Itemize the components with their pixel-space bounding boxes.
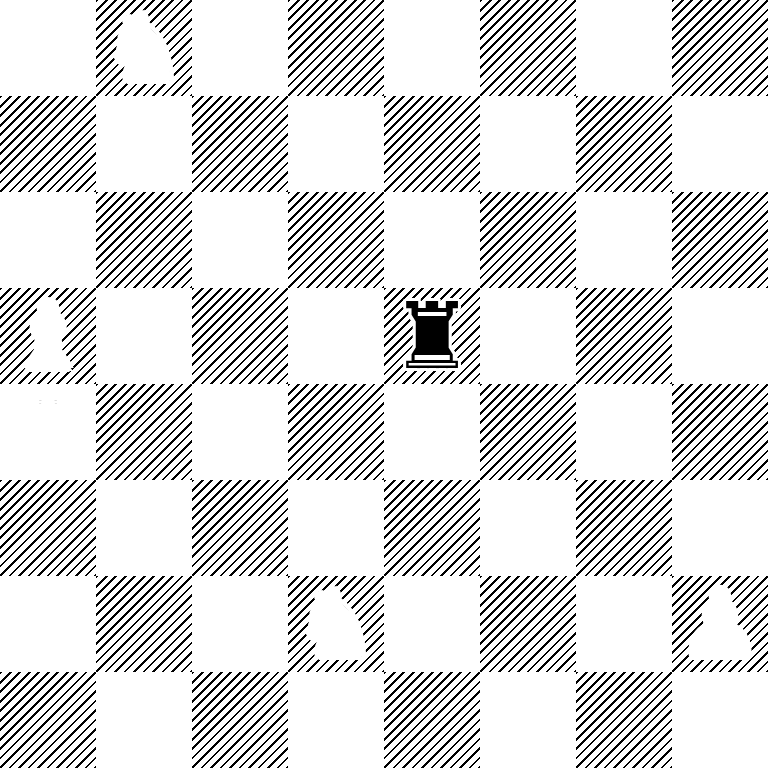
square-b3[interactable] bbox=[96, 480, 192, 576]
square-f6[interactable] bbox=[480, 192, 576, 288]
square-a6[interactable] bbox=[0, 192, 96, 288]
square-d3[interactable] bbox=[288, 480, 384, 576]
square-h5[interactable]: ♟ bbox=[672, 288, 768, 384]
square-f2[interactable] bbox=[480, 576, 576, 672]
white-bishop-piece[interactable]: ♝ bbox=[7, 289, 89, 385]
square-c8[interactable] bbox=[192, 0, 288, 96]
square-a5[interactable]: ♝ bbox=[0, 288, 96, 384]
square-f1[interactable] bbox=[480, 672, 576, 768]
square-a1[interactable] bbox=[0, 672, 96, 768]
square-b8[interactable]: ♞ bbox=[96, 0, 192, 96]
white-pawn-piece[interactable]: ♟ bbox=[679, 289, 761, 385]
square-g3[interactable] bbox=[576, 480, 672, 576]
square-f7[interactable] bbox=[480, 96, 576, 192]
square-a2[interactable] bbox=[0, 576, 96, 672]
white-king-piece[interactable]: ♚ bbox=[7, 385, 89, 481]
black-rook-piece[interactable]: ♜ bbox=[391, 289, 473, 385]
square-b1[interactable] bbox=[96, 672, 192, 768]
white-knight-piece[interactable]: ♞ bbox=[295, 577, 377, 673]
square-e4[interactable] bbox=[384, 384, 480, 480]
square-g5[interactable] bbox=[576, 288, 672, 384]
square-h3[interactable] bbox=[672, 480, 768, 576]
square-e3[interactable] bbox=[384, 480, 480, 576]
square-c4[interactable] bbox=[192, 384, 288, 480]
square-f8[interactable] bbox=[480, 0, 576, 96]
square-b7[interactable] bbox=[96, 96, 192, 192]
white-pawn-piece[interactable]: ♟ bbox=[679, 577, 761, 673]
square-c6[interactable] bbox=[192, 192, 288, 288]
square-g7[interactable] bbox=[576, 96, 672, 192]
square-b5[interactable] bbox=[96, 288, 192, 384]
square-e2[interactable] bbox=[384, 576, 480, 672]
square-b2[interactable] bbox=[96, 576, 192, 672]
square-g4[interactable] bbox=[576, 384, 672, 480]
square-b4[interactable] bbox=[96, 384, 192, 480]
square-e7[interactable] bbox=[384, 96, 480, 192]
square-h6[interactable] bbox=[672, 192, 768, 288]
square-a3[interactable] bbox=[0, 480, 96, 576]
square-d5[interactable] bbox=[288, 288, 384, 384]
square-c1[interactable] bbox=[192, 672, 288, 768]
square-b6[interactable] bbox=[96, 192, 192, 288]
chess-board: ♞♝♜♟♚♞♟ bbox=[0, 0, 768, 768]
square-g6[interactable] bbox=[576, 192, 672, 288]
square-f4[interactable] bbox=[480, 384, 576, 480]
white-knight-piece[interactable]: ♞ bbox=[103, 1, 185, 97]
square-h8[interactable] bbox=[672, 0, 768, 96]
square-d4[interactable] bbox=[288, 384, 384, 480]
square-c2[interactable] bbox=[192, 576, 288, 672]
square-h2[interactable]: ♟ bbox=[672, 576, 768, 672]
square-a4[interactable]: ♚ bbox=[0, 384, 96, 480]
square-d2[interactable]: ♞ bbox=[288, 576, 384, 672]
square-c7[interactable] bbox=[192, 96, 288, 192]
square-e8[interactable] bbox=[384, 0, 480, 96]
square-a7[interactable] bbox=[0, 96, 96, 192]
square-e6[interactable] bbox=[384, 192, 480, 288]
square-d6[interactable] bbox=[288, 192, 384, 288]
square-e1[interactable] bbox=[384, 672, 480, 768]
square-g2[interactable] bbox=[576, 576, 672, 672]
square-d8[interactable] bbox=[288, 0, 384, 96]
square-h7[interactable] bbox=[672, 96, 768, 192]
square-c5[interactable] bbox=[192, 288, 288, 384]
square-h1[interactable] bbox=[672, 672, 768, 768]
square-e5[interactable]: ♜ bbox=[384, 288, 480, 384]
square-f5[interactable] bbox=[480, 288, 576, 384]
square-g8[interactable] bbox=[576, 0, 672, 96]
square-g1[interactable] bbox=[576, 672, 672, 768]
square-d1[interactable] bbox=[288, 672, 384, 768]
square-c3[interactable] bbox=[192, 480, 288, 576]
square-f3[interactable] bbox=[480, 480, 576, 576]
square-a8[interactable] bbox=[0, 0, 96, 96]
square-h4[interactable] bbox=[672, 384, 768, 480]
square-d7[interactable] bbox=[288, 96, 384, 192]
